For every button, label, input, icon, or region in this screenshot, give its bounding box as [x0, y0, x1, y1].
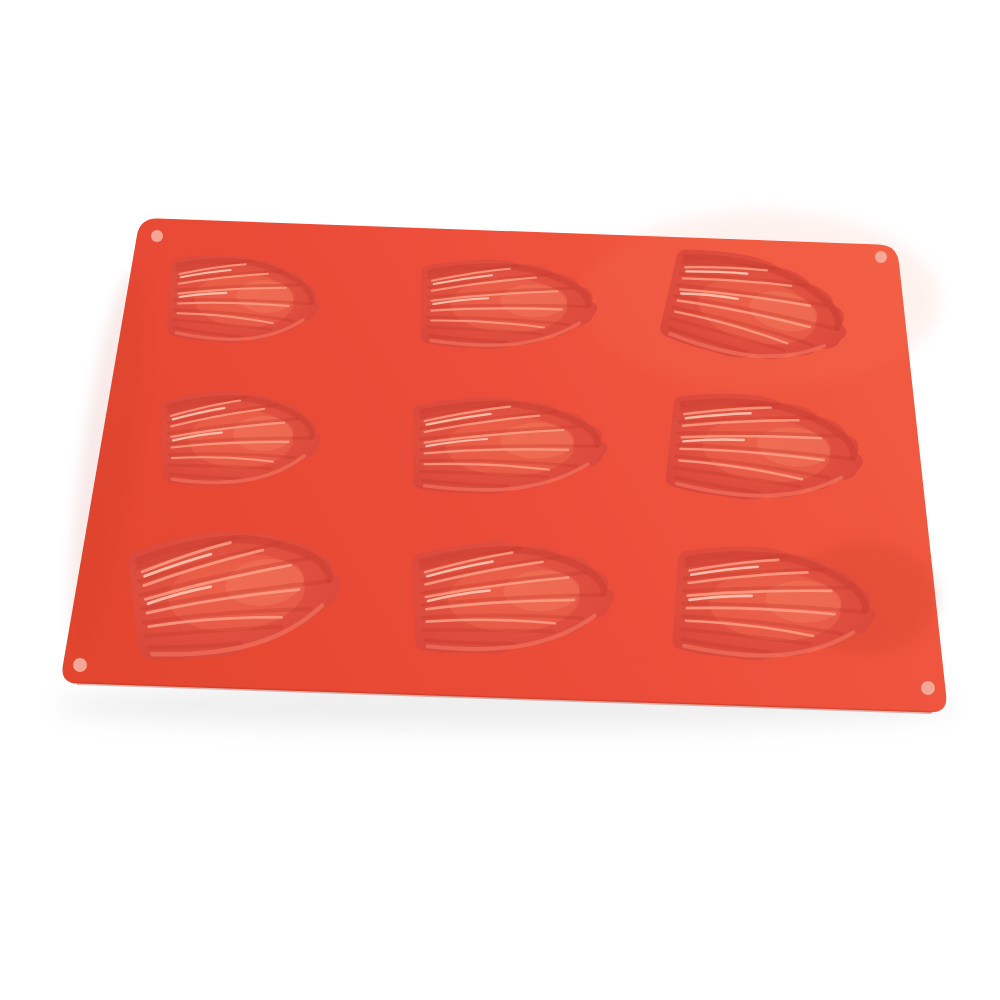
corner-hole-top-left	[151, 230, 163, 242]
mold-photo-canvas	[0, 0, 1000, 1000]
corner-hole-bottom-right	[921, 681, 935, 695]
corner-hole-top-right	[875, 251, 887, 263]
silicone-mold	[56, 210, 946, 712]
corner-hole-bottom-left	[73, 658, 87, 672]
product-photo	[0, 0, 1000, 1000]
cavity-grid	[126, 240, 880, 669]
